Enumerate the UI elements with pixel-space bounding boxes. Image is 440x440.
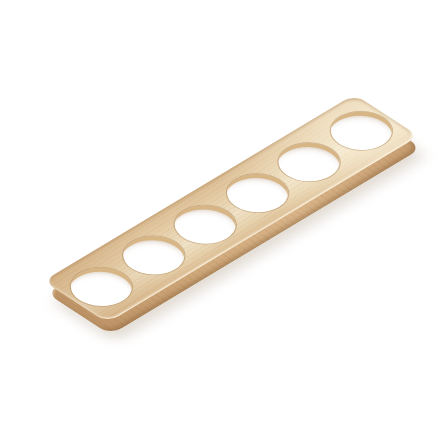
photo-background (0, 0, 440, 440)
pit-row (43, 94, 419, 323)
mancala-board (43, 94, 419, 323)
